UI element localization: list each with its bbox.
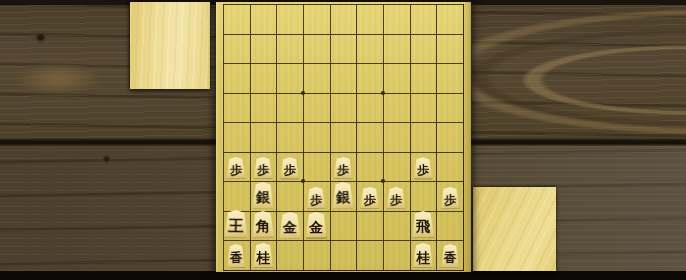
square-2a[interactable] <box>410 4 437 34</box>
piece-knight-2i[interactable]: 桂 <box>413 243 433 268</box>
square-4f[interactable] <box>356 152 383 182</box>
scene: 歩歩歩歩歩銀歩銀歩歩歩王角金金飛香桂桂香 <box>0 0 686 280</box>
square-3d[interactable] <box>383 93 410 123</box>
piece-knight-8i[interactable]: 桂 <box>253 243 273 268</box>
square-9a[interactable] <box>223 4 250 34</box>
square-8a[interactable] <box>250 4 277 34</box>
square-6b[interactable] <box>303 34 330 64</box>
square-6e[interactable] <box>303 122 330 152</box>
square-9d[interactable] <box>223 93 250 123</box>
square-4e[interactable] <box>356 122 383 152</box>
square-7e[interactable] <box>276 122 303 152</box>
square-1f[interactable] <box>436 152 463 182</box>
square-7d[interactable] <box>276 93 303 123</box>
piece-pawn-8f[interactable]: 歩 <box>254 157 273 179</box>
square-8c[interactable] <box>250 63 277 93</box>
square-5i[interactable] <box>330 240 357 270</box>
square-7c[interactable] <box>276 63 303 93</box>
square-2b[interactable] <box>410 34 437 64</box>
square-4i[interactable] <box>356 240 383 270</box>
square-4c[interactable] <box>356 63 383 93</box>
square-1c[interactable] <box>436 63 463 93</box>
square-3h[interactable] <box>383 211 410 241</box>
square-5h[interactable] <box>330 211 357 241</box>
square-9c[interactable] <box>223 63 250 93</box>
square-4d[interactable] <box>356 93 383 123</box>
piece-stand-bottom-right[interactable] <box>473 187 556 271</box>
square-1a[interactable] <box>436 4 463 34</box>
square-1d[interactable] <box>436 93 463 123</box>
square-5a[interactable] <box>330 4 357 34</box>
square-5b[interactable] <box>330 34 357 64</box>
star-point <box>301 179 305 183</box>
square-6f[interactable] <box>303 152 330 182</box>
square-3e[interactable] <box>383 122 410 152</box>
square-4a[interactable] <box>356 4 383 34</box>
square-9g[interactable] <box>223 181 250 211</box>
piece-gold-6h[interactable]: 金 <box>306 212 327 239</box>
square-6a[interactable] <box>303 4 330 34</box>
board-grid: 歩歩歩歩歩銀歩銀歩歩歩王角金金飛香桂桂香 <box>223 4 464 271</box>
piece-rook-2h[interactable]: 飛 <box>412 211 434 238</box>
square-4b[interactable] <box>356 34 383 64</box>
square-6d[interactable] <box>303 93 330 123</box>
piece-pawn-4g[interactable]: 歩 <box>360 187 379 209</box>
square-2g[interactable] <box>410 181 437 211</box>
square-5e[interactable] <box>330 122 357 152</box>
square-4h[interactable] <box>356 211 383 241</box>
square-8e[interactable] <box>250 122 277 152</box>
square-3f[interactable] <box>383 152 410 182</box>
square-1b[interactable] <box>436 34 463 64</box>
piece-silver-5g[interactable]: 銀 <box>332 182 353 209</box>
square-3i[interactable] <box>383 240 410 270</box>
plank-seam-bottom <box>0 271 686 280</box>
wood-grain-arcs <box>472 5 686 139</box>
shogi-board: 歩歩歩歩歩銀歩銀歩歩歩王角金金飛香桂桂香 <box>216 2 471 272</box>
square-9e[interactable] <box>223 122 250 152</box>
square-6c[interactable] <box>303 63 330 93</box>
square-7a[interactable] <box>276 4 303 34</box>
square-1e[interactable] <box>436 122 463 152</box>
square-8b[interactable] <box>250 34 277 64</box>
star-point <box>301 91 305 95</box>
square-5d[interactable] <box>330 93 357 123</box>
square-3a[interactable] <box>383 4 410 34</box>
square-2e[interactable] <box>410 122 437 152</box>
wood-stain <box>14 63 102 95</box>
star-point <box>381 179 385 183</box>
square-9b[interactable] <box>223 34 250 64</box>
piece-pawn-2f[interactable]: 歩 <box>414 157 433 179</box>
wood-knot-icon <box>100 153 113 165</box>
piece-stand-top-left[interactable] <box>130 2 210 89</box>
square-3b[interactable] <box>383 34 410 64</box>
wood-knot-icon <box>33 31 48 44</box>
piece-silver-8g[interactable]: 銀 <box>252 182 273 209</box>
square-8d[interactable] <box>250 93 277 123</box>
square-7g[interactable] <box>276 181 303 211</box>
star-point <box>381 91 385 95</box>
square-7i[interactable] <box>276 240 303 270</box>
square-2d[interactable] <box>410 93 437 123</box>
square-6i[interactable] <box>303 240 330 270</box>
square-3c[interactable] <box>383 63 410 93</box>
square-2c[interactable] <box>410 63 437 93</box>
square-5c[interactable] <box>330 63 357 93</box>
piece-pawn-7f[interactable]: 歩 <box>280 157 299 179</box>
square-1h[interactable] <box>436 211 463 241</box>
square-7b[interactable] <box>276 34 303 64</box>
